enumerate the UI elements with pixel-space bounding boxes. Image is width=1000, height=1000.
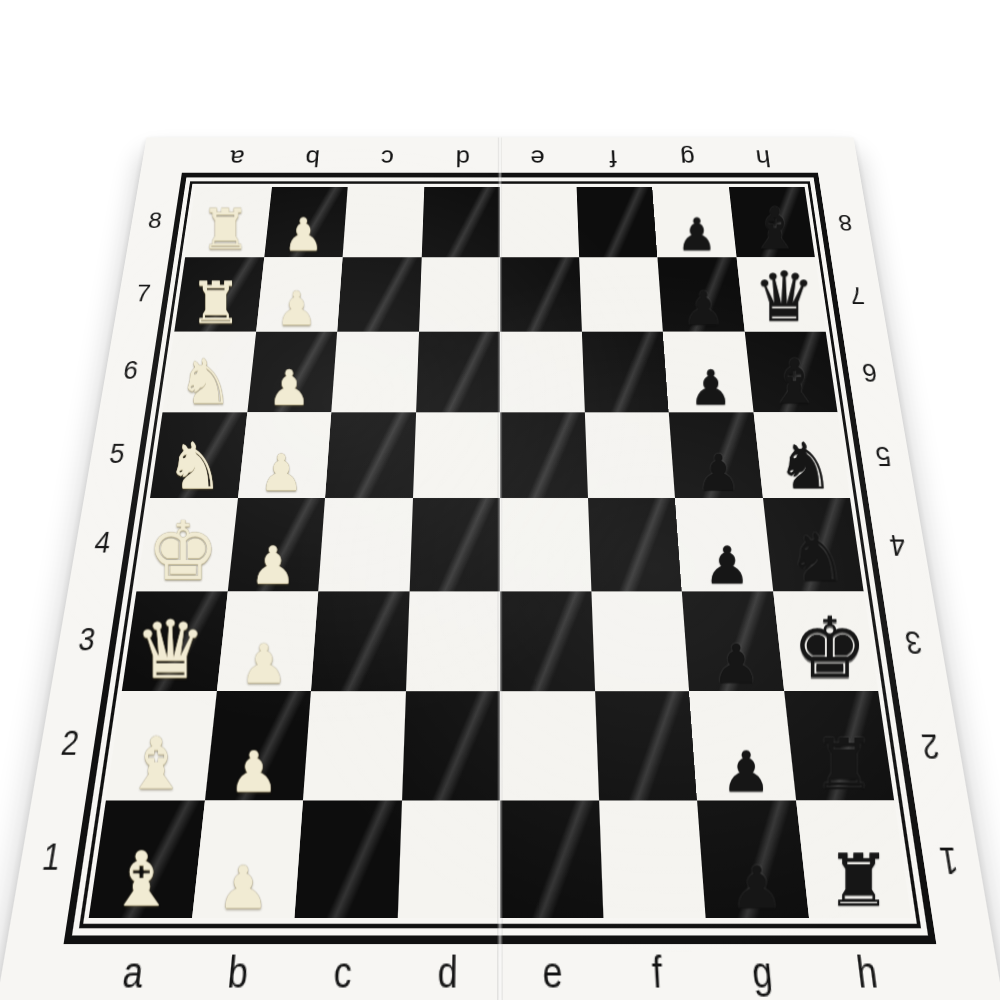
square-h3: ♚: [773, 591, 879, 691]
square-b3: ♟: [216, 591, 318, 691]
file-label-top-g: g: [649, 142, 727, 171]
square-c2: [303, 691, 405, 800]
square-d1: [397, 800, 500, 918]
square-h2: ♜: [784, 691, 894, 800]
file-label-top-e: e: [500, 142, 576, 171]
piece-black-king-h3: ♚: [792, 606, 867, 690]
file-label-bottom-h: h: [812, 947, 925, 1000]
piece-black-rook-h1: ♜: [826, 844, 891, 917]
square-a3: ♛: [122, 591, 228, 691]
piece-black-pawn-g4: ♟: [704, 539, 750, 591]
file-label-bottom-a: a: [76, 947, 189, 1000]
file-label-top-c: c: [349, 142, 426, 171]
square-c3: [311, 591, 409, 691]
square-g3: ♟: [682, 591, 784, 691]
file-label-bottom-c: c: [288, 947, 396, 1000]
piece-white-pawn-b1: ♟: [217, 858, 270, 917]
piece-white-pawn-b4: ♟: [250, 539, 296, 591]
file-label-bottom-f: f: [604, 947, 712, 1000]
square-e4: [500, 498, 591, 591]
square-g2: ♟: [689, 691, 795, 800]
square-h1: ♜: [796, 800, 912, 918]
chessboard-scene: abcdefgh abcdefgh 87654321 87654321 ♜♟♟♝…: [60, 92, 940, 942]
square-e2: [500, 691, 599, 800]
piece-black-pawn-g1: ♟: [730, 858, 783, 917]
file-label-bottom-e: e: [500, 947, 606, 1000]
file-label-top-d: d: [424, 142, 500, 171]
file-label-bottom-b: b: [182, 947, 292, 1000]
file-labels-top: abcdefgh: [198, 142, 803, 171]
square-f2: [595, 691, 697, 800]
square-d2: [401, 691, 500, 800]
square-f4: [588, 498, 682, 591]
square-h4: ♞: [763, 498, 864, 591]
square-b1: ♟: [192, 800, 303, 918]
piece-black-knight-h4: ♞: [788, 524, 847, 590]
square-c4: [318, 498, 412, 591]
square-f3: [591, 591, 689, 691]
square-b4: ♟: [227, 498, 325, 591]
rank-label-right-7: 7: [835, 257, 880, 332]
square-d3: [405, 591, 500, 691]
file-label-top-h: h: [724, 142, 803, 171]
square-b2: ♟: [204, 691, 310, 800]
piece-white-queen-a3: ♛: [134, 611, 205, 691]
piece-white-bishop-a1: ♝: [107, 842, 174, 917]
file-label-top-f: f: [575, 142, 652, 171]
piece-white-bishop-a2: ♝: [124, 727, 188, 799]
piece-black-rook-h2: ♜: [813, 729, 875, 799]
file-label-bottom-d: d: [394, 947, 500, 1000]
rank-label-right-8: 8: [824, 187, 867, 257]
chessboard-mat: abcdefgh abcdefgh 87654321 87654321 ♜♟♟♝…: [0, 137, 1000, 1000]
square-c1: [294, 800, 401, 918]
product-photo-background: abcdefgh abcdefgh 87654321 87654321 ♜♟♟♝…: [0, 0, 1000, 1000]
square-a2: ♝: [106, 691, 216, 800]
piece-white-pawn-b2: ♟: [229, 743, 279, 799]
file-label-top-b: b: [273, 142, 351, 171]
square-f1: [599, 800, 706, 918]
file-label-bottom-g: g: [708, 947, 818, 1000]
piece-black-pawn-g2: ♟: [721, 743, 771, 799]
piece-white-king-a4: ♚: [147, 509, 219, 590]
piece-black-pawn-g3: ♟: [712, 637, 760, 691]
square-d4: [409, 498, 500, 591]
square-e1: [500, 800, 603, 918]
square-e3: [500, 591, 595, 691]
piece-white-pawn-b3: ♟: [240, 637, 288, 691]
square-g4: ♟: [675, 498, 773, 591]
square-a4: ♚: [136, 498, 237, 591]
square-a1: ♝: [89, 800, 205, 918]
rank-label-right-6: 6: [846, 332, 893, 412]
file-label-top-a: a: [198, 142, 277, 171]
square-g1: ♟: [697, 800, 808, 918]
file-labels-bottom: abcdefgh: [76, 947, 925, 1000]
